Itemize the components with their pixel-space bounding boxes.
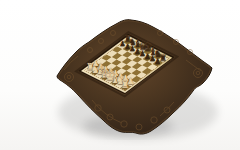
photo-stage: ♜♞♟♝♟♛♟♚♟♝♟♞♟♜♟♟♟♟♜♟♞♟♝♟♛♟♚♟♝♟♞♜: [0, 0, 240, 150]
